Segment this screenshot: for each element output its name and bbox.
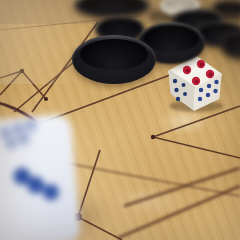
fg-die-top-pip — [18, 133, 30, 145]
foreground-die[interactable] — [0, 113, 81, 240]
fg-die-top-pip — [5, 137, 17, 149]
star-line — [118, 186, 240, 238]
apex-dot — [151, 135, 155, 139]
apex-dot — [20, 69, 24, 73]
checker-ring-black-8[interactable] — [72, 35, 156, 84]
focused-die[interactable] — [169, 58, 223, 112]
apex-dot — [44, 97, 48, 101]
board-photo — [0, 0, 240, 240]
foreground-blurred-lines — [118, 168, 240, 238]
fg-die-top-pip — [25, 119, 37, 131]
star-line — [153, 137, 240, 158]
fg-die-front-pip — [42, 184, 59, 201]
star-line — [124, 168, 240, 206]
